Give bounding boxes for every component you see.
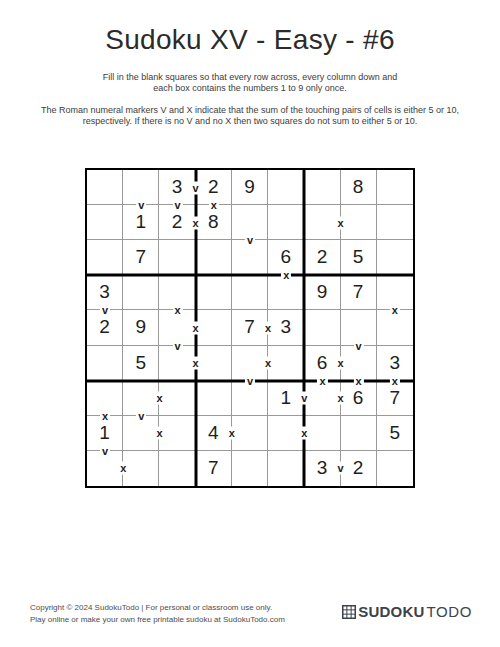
xv-marker-h-r5c5: X [263,322,273,335]
logo-text-light: TODO [427,603,472,620]
xv-marker-layer: VXXXXXXXXVXXXXXVVVXVXVXXVVVXXXXVV [87,170,413,486]
xv-marker-v-r1c4: X [209,199,219,212]
xv-marker-h-r6c3: X [191,357,201,370]
xv-marker-v-r2c5: V [245,234,255,247]
puzzle-page: Sudoku XV - Easy - #6 Fill in the blank … [0,0,500,647]
xv-marker-v-r6c7: X [317,374,327,387]
footer-copyright: Copyright © 2024 SudokuTodo | For person… [30,602,285,627]
xv-marker-h-r9c1: X [118,462,128,475]
xv-marker-v-r3c6: X [281,269,291,282]
grid-icon [342,605,356,619]
xv-marker-v-r4c9: X [390,304,400,317]
xv-marker-h-r8c6: X [299,427,309,440]
xv-marker-v-r8c1: V [100,444,110,457]
xv-marker-v-r1c3: V [172,199,182,212]
xv-marker-h-r2c7: X [335,216,345,229]
xv-marker-v-r7c1: X [100,409,110,422]
instructions-text: Fill in the blank squares so that every … [0,72,500,95]
puzzle-title: Sudoku XV - Easy - #6 [0,24,500,56]
box-divider-horizontal-1 [87,274,413,277]
xv-marker-h-r5c3: X [191,322,201,335]
xv-marker-v-r6c8: X [354,374,364,387]
xv-marker-h-r6c5: X [263,357,273,370]
rules-text: The Roman numeral markers V and X indica… [0,105,500,128]
xv-marker-h-r8c4: X [227,427,237,440]
xv-marker-v-r5c8: V [354,339,364,352]
xv-marker-h-r7c6: V [299,392,309,405]
xv-marker-h-r7c2: X [154,392,164,405]
xv-marker-h-r7c7: X [335,392,345,405]
xv-marker-v-r4c3: X [172,304,182,317]
xv-marker-v-r1c2: V [136,199,146,212]
xv-marker-h-r9c7: V [335,462,345,475]
xv-marker-v-r4c1: V [100,304,110,317]
logo-text-bold: SUDOKU [358,603,424,620]
xv-marker-v-r7c2: V [136,409,146,422]
xv-marker-h-r2c3: X [191,216,201,229]
xv-marker-h-r6c7: X [335,357,345,370]
sudoku-board: 329812876253972973563167145732 VXXXXXXXX… [85,168,415,488]
xv-marker-v-r5c3: V [172,339,182,352]
logo: SUDOKUTODO [342,603,472,620]
xv-marker-h-r8c2: X [154,427,164,440]
xv-marker-h-r1c3: V [191,181,201,194]
xv-marker-v-r6c9: X [390,374,400,387]
xv-marker-v-r6c5: V [245,374,255,387]
